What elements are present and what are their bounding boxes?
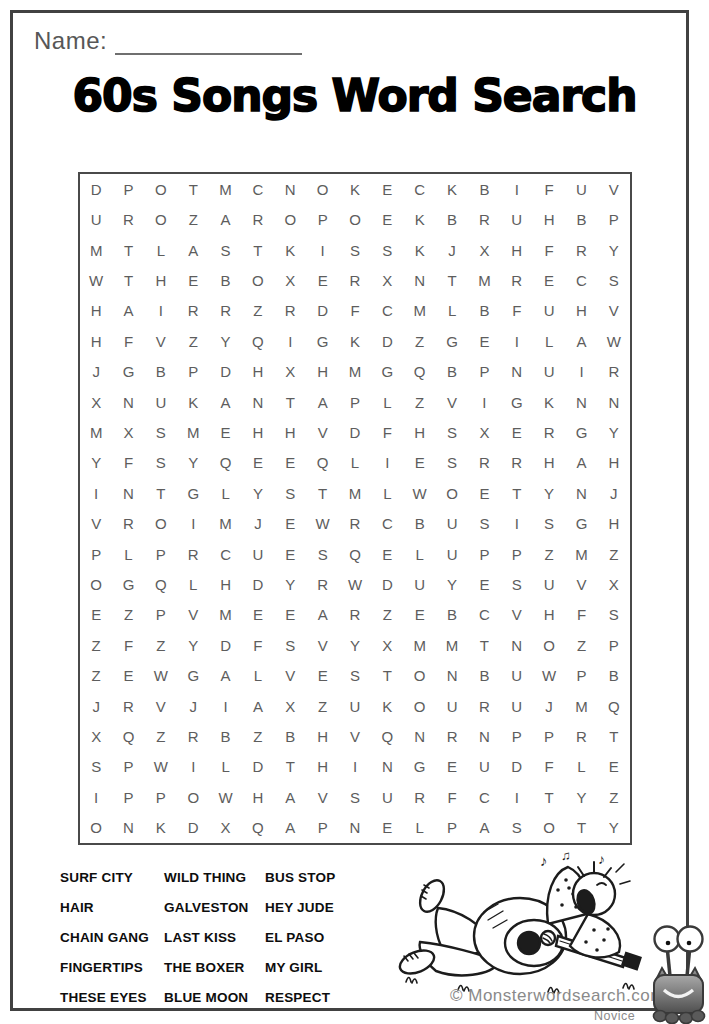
- grid-cell[interactable]: D: [188, 820, 199, 835]
- grid-cell[interactable]: A: [124, 303, 134, 318]
- grid-cell[interactable]: L: [416, 547, 424, 562]
- grid-cell[interactable]: E: [447, 759, 457, 774]
- grid-cell[interactable]: R: [479, 212, 490, 227]
- grid-cell[interactable]: S: [156, 425, 166, 440]
- grid-cell[interactable]: Y: [576, 790, 586, 805]
- grid-cell[interactable]: E: [285, 547, 295, 562]
- grid-cell[interactable]: R: [317, 577, 328, 592]
- grid-cell[interactable]: H: [285, 425, 296, 440]
- grid-cell[interactable]: A: [318, 395, 328, 410]
- grid-cell[interactable]: P: [124, 182, 134, 197]
- grid-cell[interactable]: T: [286, 759, 295, 774]
- grid-cell[interactable]: Z: [318, 699, 327, 714]
- grid-cell[interactable]: J: [92, 699, 100, 714]
- grid-cell[interactable]: F: [545, 182, 554, 197]
- grid-cell[interactable]: E: [124, 668, 134, 683]
- grid-cell[interactable]: R: [188, 303, 199, 318]
- grid-cell[interactable]: H: [544, 212, 555, 227]
- grid-cell[interactable]: N: [414, 729, 425, 744]
- grid-cell[interactable]: P: [124, 790, 134, 805]
- grid-cell[interactable]: I: [515, 182, 519, 197]
- grid-cell[interactable]: Y: [609, 820, 619, 835]
- grid-cell[interactable]: E: [253, 455, 263, 470]
- grid-cell[interactable]: E: [609, 759, 619, 774]
- grid-cell[interactable]: Z: [415, 334, 424, 349]
- grid-cell[interactable]: C: [414, 182, 425, 197]
- grid-cell[interactable]: M: [575, 547, 588, 562]
- grid-cell[interactable]: I: [385, 455, 389, 470]
- grid-cell[interactable]: Z: [609, 547, 618, 562]
- grid-cell[interactable]: O: [252, 273, 264, 288]
- grid-cell[interactable]: D: [382, 577, 393, 592]
- grid-cell[interactable]: E: [221, 425, 231, 440]
- grid-cell[interactable]: U: [511, 699, 522, 714]
- grid-cell[interactable]: P: [576, 668, 586, 683]
- grid-cell[interactable]: C: [220, 547, 231, 562]
- grid-cell[interactable]: H: [317, 759, 328, 774]
- grid-cell[interactable]: W: [413, 486, 427, 501]
- grid-cell[interactable]: N: [576, 395, 587, 410]
- grid-cell[interactable]: A: [221, 668, 231, 683]
- grid-cell[interactable]: D: [253, 759, 264, 774]
- grid-cell[interactable]: I: [482, 395, 486, 410]
- grid-cell[interactable]: O: [90, 820, 102, 835]
- grid-cell[interactable]: M: [90, 243, 103, 258]
- grid-cell[interactable]: T: [189, 182, 198, 197]
- grid-cell[interactable]: Q: [155, 577, 167, 592]
- grid-cell[interactable]: P: [609, 638, 619, 653]
- grid-cell[interactable]: R: [350, 607, 361, 622]
- grid-cell[interactable]: Z: [577, 638, 586, 653]
- grid-cell[interactable]: O: [317, 182, 329, 197]
- grid-cell[interactable]: V: [156, 699, 166, 714]
- grid-cell[interactable]: U: [91, 212, 102, 227]
- grid-cell[interactable]: E: [253, 607, 263, 622]
- grid-cell[interactable]: P: [156, 547, 166, 562]
- grid-cell[interactable]: V: [576, 577, 586, 592]
- grid-cell[interactable]: U: [253, 547, 264, 562]
- grid-cell[interactable]: T: [609, 729, 618, 744]
- grid-cell[interactable]: A: [576, 455, 586, 470]
- grid-cell[interactable]: Y: [188, 455, 198, 470]
- grid-cell[interactable]: O: [90, 577, 102, 592]
- grid-cell[interactable]: Q: [414, 364, 426, 379]
- grid-cell[interactable]: K: [350, 334, 360, 349]
- grid-cell[interactable]: B: [156, 364, 166, 379]
- grid-cell[interactable]: C: [382, 303, 393, 318]
- grid-cell[interactable]: P: [318, 820, 328, 835]
- grid-cell[interactable]: I: [191, 516, 195, 531]
- grid-cell[interactable]: U: [414, 577, 425, 592]
- grid-cell[interactable]: X: [221, 820, 231, 835]
- grid-cell[interactable]: H: [220, 577, 231, 592]
- grid-cell[interactable]: R: [350, 516, 361, 531]
- grid-cell[interactable]: E: [382, 182, 392, 197]
- grid-cell[interactable]: E: [285, 455, 295, 470]
- grid-cell[interactable]: V: [156, 334, 166, 349]
- grid-cell[interactable]: M: [446, 638, 459, 653]
- grid-cell[interactable]: O: [187, 790, 199, 805]
- grid-cell[interactable]: E: [285, 516, 295, 531]
- grid-cell[interactable]: M: [575, 699, 588, 714]
- grid-cell[interactable]: Q: [349, 547, 361, 562]
- grid-cell[interactable]: Y: [609, 243, 619, 258]
- grid-cell[interactable]: R: [188, 729, 199, 744]
- grid-cell[interactable]: R: [123, 516, 134, 531]
- grid-cell[interactable]: L: [189, 577, 197, 592]
- grid-cell[interactable]: G: [414, 759, 426, 774]
- grid-cell[interactable]: U: [447, 516, 458, 531]
- grid-cell[interactable]: I: [515, 516, 519, 531]
- grid-cell[interactable]: X: [91, 395, 101, 410]
- grid-cell[interactable]: X: [382, 638, 392, 653]
- grid-cell[interactable]: S: [350, 790, 360, 805]
- grid-cell[interactable]: L: [545, 334, 553, 349]
- grid-cell[interactable]: X: [91, 729, 101, 744]
- grid-cell[interactable]: K: [447, 182, 457, 197]
- grid-cell[interactable]: I: [94, 486, 98, 501]
- grid-cell[interactable]: E: [382, 547, 392, 562]
- grid-cell[interactable]: O: [284, 212, 296, 227]
- grid-cell[interactable]: H: [155, 273, 166, 288]
- grid-cell[interactable]: G: [123, 577, 135, 592]
- grid-cell[interactable]: N: [511, 364, 522, 379]
- grid-cell[interactable]: V: [318, 425, 328, 440]
- grid-cell[interactable]: Y: [350, 638, 360, 653]
- grid-cell[interactable]: L: [157, 243, 165, 258]
- grid-cell[interactable]: S: [318, 547, 328, 562]
- grid-cell[interactable]: N: [608, 395, 619, 410]
- grid-cell[interactable]: R: [479, 699, 490, 714]
- grid-cell[interactable]: D: [91, 182, 102, 197]
- grid-cell[interactable]: M: [90, 425, 103, 440]
- grid-cell[interactable]: U: [544, 364, 555, 379]
- grid-cell[interactable]: V: [609, 303, 619, 318]
- grid-cell[interactable]: Y: [544, 486, 554, 501]
- grid-cell[interactable]: I: [579, 364, 583, 379]
- grid-cell[interactable]: M: [349, 364, 362, 379]
- grid-cell[interactable]: J: [448, 243, 456, 258]
- grid-cell[interactable]: H: [608, 455, 619, 470]
- grid-cell[interactable]: G: [576, 425, 588, 440]
- grid-cell[interactable]: R: [285, 303, 296, 318]
- grid-cell[interactable]: A: [285, 790, 295, 805]
- grid-cell[interactable]: W: [154, 668, 168, 683]
- grid-cell[interactable]: P: [91, 547, 101, 562]
- grid-cell[interactable]: Y: [285, 577, 295, 592]
- grid-cell[interactable]: G: [446, 334, 458, 349]
- grid-cell[interactable]: L: [383, 395, 391, 410]
- grid-cell[interactable]: E: [479, 486, 489, 501]
- grid-cell[interactable]: R: [414, 790, 425, 805]
- grid-cell[interactable]: E: [318, 273, 328, 288]
- grid-cell[interactable]: Y: [447, 577, 457, 592]
- grid-cell[interactable]: Q: [252, 820, 264, 835]
- grid-cell[interactable]: E: [415, 607, 425, 622]
- grid-cell[interactable]: M: [349, 486, 362, 501]
- grid-cell[interactable]: S: [221, 243, 231, 258]
- grid-cell[interactable]: R: [447, 729, 458, 744]
- grid-cell[interactable]: V: [350, 729, 360, 744]
- grid-cell[interactable]: O: [155, 212, 167, 227]
- grid-cell[interactable]: S: [285, 486, 295, 501]
- grid-cell[interactable]: M: [219, 516, 232, 531]
- grid-cell[interactable]: F: [577, 607, 586, 622]
- grid-cell[interactable]: F: [124, 455, 133, 470]
- grid-cell[interactable]: T: [447, 273, 456, 288]
- grid-cell[interactable]: U: [544, 303, 555, 318]
- grid-cell[interactable]: V: [609, 182, 619, 197]
- grid-cell[interactable]: T: [545, 790, 554, 805]
- grid-cell[interactable]: E: [382, 820, 392, 835]
- grid-cell[interactable]: O: [349, 212, 361, 227]
- grid-cell[interactable]: X: [609, 577, 619, 592]
- grid-cell[interactable]: P: [447, 820, 457, 835]
- grid-cell[interactable]: N: [285, 182, 296, 197]
- grid-cell[interactable]: N: [123, 486, 134, 501]
- grid-cell[interactable]: P: [609, 212, 619, 227]
- grid-cell[interactable]: U: [576, 182, 587, 197]
- grid-cell[interactable]: X: [479, 425, 489, 440]
- grid-cell[interactable]: H: [608, 516, 619, 531]
- grid-cell[interactable]: S: [156, 455, 166, 470]
- grid-cell[interactable]: P: [156, 607, 166, 622]
- grid-cell[interactable]: K: [382, 699, 392, 714]
- grid-cell[interactable]: R: [123, 212, 134, 227]
- grid-cell[interactable]: T: [124, 273, 133, 288]
- grid-cell[interactable]: E: [512, 425, 522, 440]
- grid-cell[interactable]: B: [447, 212, 457, 227]
- grid-cell[interactable]: O: [543, 638, 555, 653]
- grid-cell[interactable]: W: [542, 668, 556, 683]
- grid-cell[interactable]: Q: [608, 699, 620, 714]
- grid-cell[interactable]: F: [350, 303, 359, 318]
- grid-cell[interactable]: P: [350, 395, 360, 410]
- grid-cell[interactable]: G: [317, 334, 329, 349]
- grid-cell[interactable]: U: [382, 790, 393, 805]
- grid-cell[interactable]: S: [609, 607, 619, 622]
- grid-cell[interactable]: Q: [382, 729, 394, 744]
- grid-cell[interactable]: L: [577, 759, 585, 774]
- grid-cell[interactable]: R: [511, 273, 522, 288]
- grid-cell[interactable]: Z: [92, 638, 101, 653]
- grid-cell[interactable]: R: [576, 729, 587, 744]
- grid-cell[interactable]: R: [123, 699, 134, 714]
- grid-cell[interactable]: P: [512, 547, 522, 562]
- grid-cell[interactable]: Z: [156, 638, 165, 653]
- grid-cell[interactable]: Z: [383, 607, 392, 622]
- grid-cell[interactable]: Z: [253, 729, 262, 744]
- grid-cell[interactable]: P: [318, 212, 328, 227]
- grid-cell[interactable]: Q: [317, 455, 329, 470]
- grid-cell[interactable]: H: [544, 607, 555, 622]
- grid-cell[interactable]: Z: [415, 395, 424, 410]
- grid-cell[interactable]: R: [544, 425, 555, 440]
- grid-cell[interactable]: N: [123, 395, 134, 410]
- grid-cell[interactable]: O: [155, 182, 167, 197]
- grid-cell[interactable]: D: [253, 577, 264, 592]
- grid-cell[interactable]: P: [512, 729, 522, 744]
- grid-cell[interactable]: I: [515, 334, 519, 349]
- grid-cell[interactable]: W: [89, 273, 103, 288]
- grid-cell[interactable]: X: [285, 699, 295, 714]
- grid-cell[interactable]: H: [91, 334, 102, 349]
- grid-cell[interactable]: P: [479, 547, 489, 562]
- grid-cell[interactable]: V: [447, 395, 457, 410]
- name-input-line[interactable]: [115, 27, 302, 55]
- grid-cell[interactable]: K: [415, 243, 425, 258]
- grid-cell[interactable]: D: [220, 638, 231, 653]
- grid-cell[interactable]: W: [154, 759, 168, 774]
- grid-cell[interactable]: L: [351, 455, 359, 470]
- grid-cell[interactable]: E: [479, 577, 489, 592]
- grid-cell[interactable]: W: [316, 516, 330, 531]
- grid-cell[interactable]: V: [285, 668, 295, 683]
- grid-cell[interactable]: S: [544, 516, 554, 531]
- grid-cell[interactable]: M: [219, 182, 232, 197]
- grid-cell[interactable]: V: [512, 607, 522, 622]
- grid-cell[interactable]: M: [413, 638, 426, 653]
- grid-cell[interactable]: H: [511, 243, 522, 258]
- grid-cell[interactable]: A: [576, 334, 586, 349]
- grid-cell[interactable]: L: [124, 547, 132, 562]
- grid-cell[interactable]: H: [317, 364, 328, 379]
- grid-cell[interactable]: N: [382, 759, 393, 774]
- grid-cell[interactable]: E: [479, 334, 489, 349]
- grid-cell[interactable]: T: [156, 486, 165, 501]
- grid-cell[interactable]: O: [543, 820, 555, 835]
- grid-cell[interactable]: T: [286, 395, 295, 410]
- grid-cell[interactable]: R: [188, 547, 199, 562]
- grid-cell[interactable]: O: [155, 516, 167, 531]
- grid-cell[interactable]: I: [159, 303, 163, 318]
- grid-cell[interactable]: G: [382, 364, 394, 379]
- grid-cell[interactable]: T: [577, 820, 586, 835]
- grid-cell[interactable]: F: [545, 759, 554, 774]
- grid-cell[interactable]: C: [382, 516, 393, 531]
- grid-cell[interactable]: N: [123, 820, 134, 835]
- grid-cell[interactable]: Y: [253, 486, 263, 501]
- grid-cell[interactable]: T: [383, 668, 392, 683]
- grid-cell[interactable]: U: [511, 212, 522, 227]
- grid-cell[interactable]: U: [155, 395, 166, 410]
- grid-cell[interactable]: E: [285, 607, 295, 622]
- grid-cell[interactable]: F: [383, 425, 392, 440]
- grid-cell[interactable]: C: [253, 182, 264, 197]
- grid-cell[interactable]: K: [350, 182, 360, 197]
- grid-cell[interactable]: Z: [189, 334, 198, 349]
- grid-cell[interactable]: E: [91, 607, 101, 622]
- grid-cell[interactable]: A: [221, 395, 231, 410]
- grid-cell[interactable]: M: [413, 303, 426, 318]
- grid-cell[interactable]: B: [447, 364, 457, 379]
- grid-cell[interactable]: S: [609, 273, 619, 288]
- grid-cell[interactable]: K: [544, 395, 554, 410]
- grid-cell[interactable]: L: [221, 759, 229, 774]
- grid-cell[interactable]: V: [91, 516, 101, 531]
- grid-cell[interactable]: X: [124, 425, 134, 440]
- grid-cell[interactable]: P: [188, 364, 198, 379]
- grid-cell[interactable]: H: [317, 729, 328, 744]
- grid-cell[interactable]: P: [156, 790, 166, 805]
- grid-cell[interactable]: Y: [188, 638, 198, 653]
- grid-cell[interactable]: L: [221, 486, 229, 501]
- grid-cell[interactable]: F: [447, 790, 456, 805]
- grid-cell[interactable]: M: [219, 607, 232, 622]
- grid-cell[interactable]: B: [576, 212, 586, 227]
- grid-cell[interactable]: U: [447, 699, 458, 714]
- grid-cell[interactable]: L: [416, 820, 424, 835]
- grid-cell[interactable]: V: [318, 638, 328, 653]
- grid-cell[interactable]: S: [447, 455, 457, 470]
- grid-cell[interactable]: G: [187, 668, 199, 683]
- grid-cell[interactable]: S: [447, 425, 457, 440]
- grid-cell[interactable]: G: [123, 364, 135, 379]
- grid-cell[interactable]: E: [544, 273, 554, 288]
- grid-cell[interactable]: K: [156, 820, 166, 835]
- grid-cell[interactable]: Z: [189, 212, 198, 227]
- grid-cell[interactable]: F: [124, 334, 133, 349]
- grid-cell[interactable]: K: [285, 243, 295, 258]
- grid-cell[interactable]: G: [576, 516, 588, 531]
- grid-cell[interactable]: H: [253, 790, 264, 805]
- grid-cell[interactable]: V: [188, 607, 198, 622]
- grid-cell[interactable]: X: [285, 364, 295, 379]
- grid-cell[interactable]: R: [511, 455, 522, 470]
- grid-cell[interactable]: K: [415, 212, 425, 227]
- grid-cell[interactable]: Y: [221, 334, 231, 349]
- grid-cell[interactable]: D: [511, 759, 522, 774]
- grid-cell[interactable]: I: [191, 759, 195, 774]
- grid-cell[interactable]: Y: [609, 425, 619, 440]
- grid-cell[interactable]: F: [545, 243, 554, 258]
- grid-cell[interactable]: I: [515, 790, 519, 805]
- grid-cell[interactable]: D: [350, 425, 361, 440]
- grid-cell[interactable]: Z: [545, 547, 554, 562]
- grid-cell[interactable]: A: [253, 699, 263, 714]
- grid-cell[interactable]: N: [511, 638, 522, 653]
- grid-cell[interactable]: N: [253, 395, 264, 410]
- grid-cell[interactable]: O: [446, 486, 458, 501]
- grid-cell[interactable]: T: [124, 243, 133, 258]
- grid-cell[interactable]: Z: [253, 303, 262, 318]
- grid-cell[interactable]: R: [608, 364, 619, 379]
- grid-cell[interactable]: N: [447, 668, 458, 683]
- grid-cell[interactable]: C: [479, 607, 490, 622]
- grid-cell[interactable]: I: [353, 759, 357, 774]
- grid-cell[interactable]: J: [254, 516, 262, 531]
- grid-cell[interactable]: I: [223, 699, 227, 714]
- grid-cell[interactable]: N: [576, 486, 587, 501]
- grid-cell[interactable]: Z: [156, 729, 165, 744]
- grid-cell[interactable]: A: [479, 820, 489, 835]
- grid-cell[interactable]: G: [511, 395, 523, 410]
- grid-cell[interactable]: A: [318, 607, 328, 622]
- grid-cell[interactable]: T: [318, 486, 327, 501]
- grid-cell[interactable]: O: [414, 699, 426, 714]
- grid-cell[interactable]: Z: [92, 668, 101, 683]
- grid-cell[interactable]: A: [221, 212, 231, 227]
- grid-cell[interactable]: O: [414, 668, 426, 683]
- grid-cell[interactable]: E: [382, 212, 392, 227]
- grid-cell[interactable]: P: [124, 759, 134, 774]
- grid-cell[interactable]: U: [350, 699, 361, 714]
- grid-cell[interactable]: J: [92, 364, 100, 379]
- grid-cell[interactable]: H: [576, 303, 587, 318]
- grid-cell[interactable]: B: [285, 729, 295, 744]
- grid-cell[interactable]: R: [479, 455, 490, 470]
- grid-cell[interactable]: B: [479, 182, 489, 197]
